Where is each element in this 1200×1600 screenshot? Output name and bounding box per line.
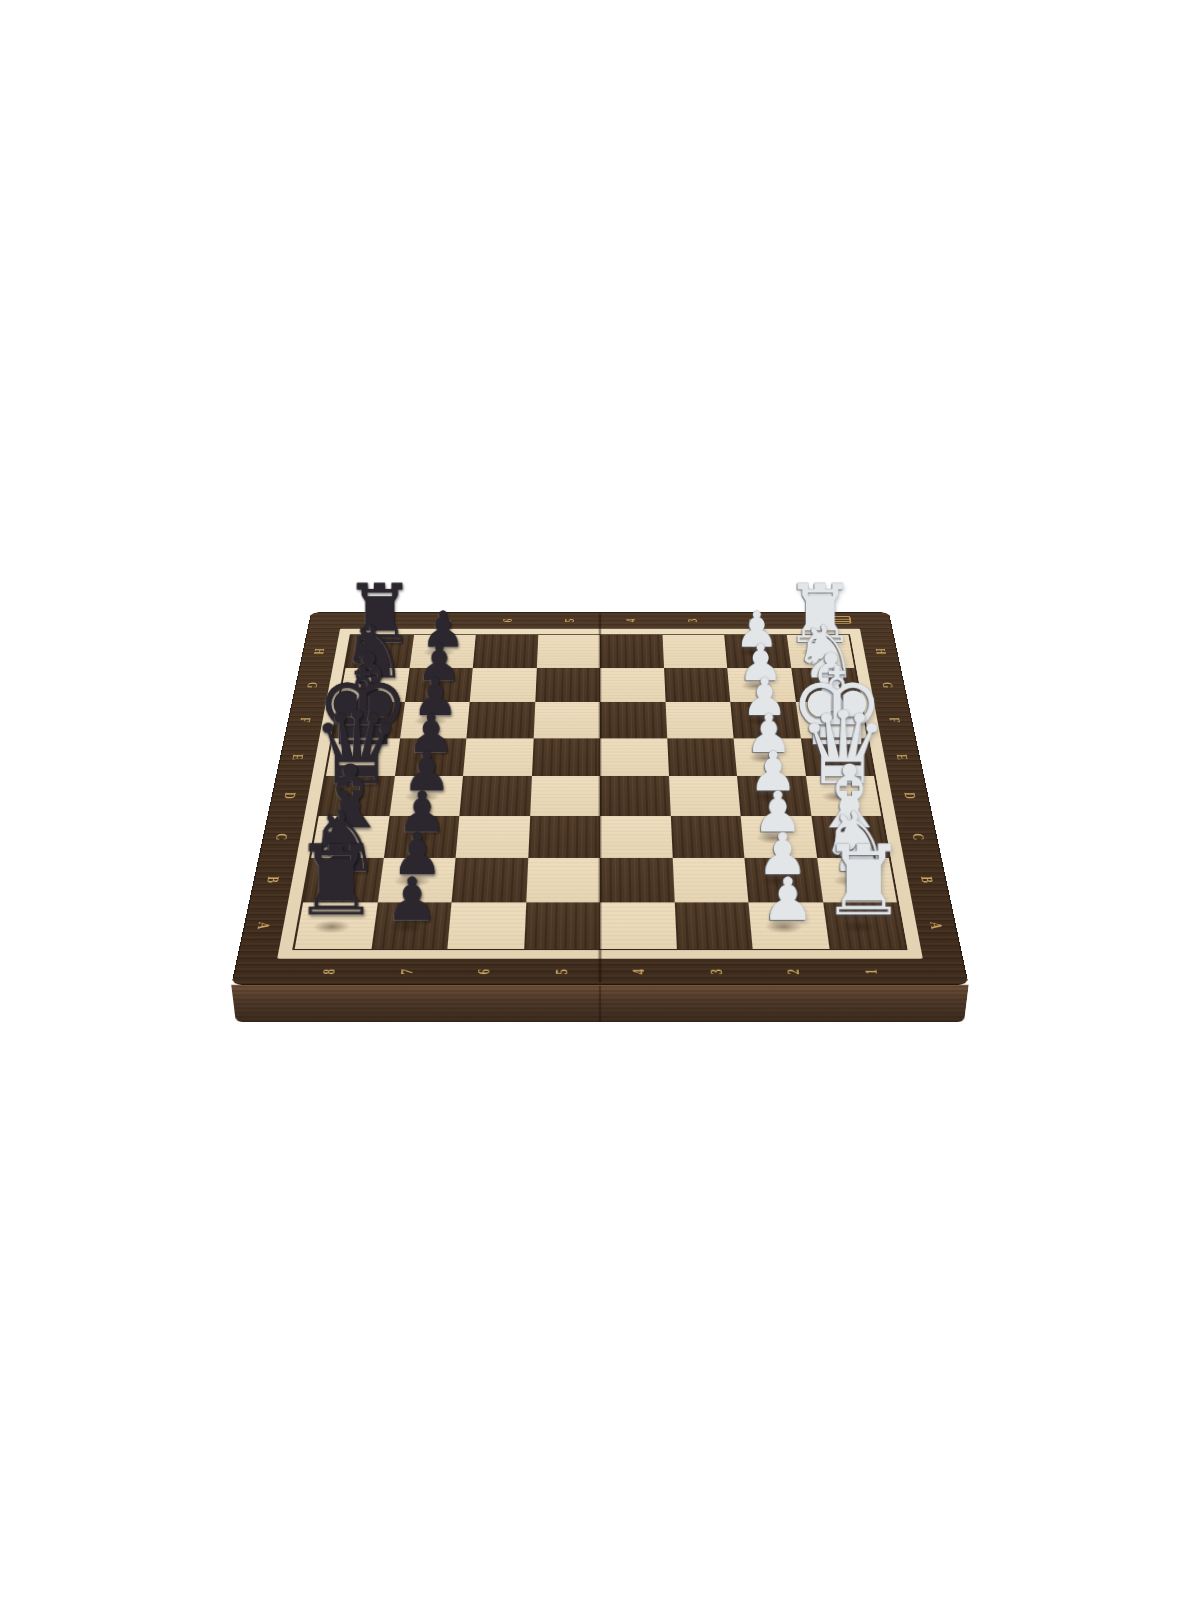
black-rook-glyph: ♜ [293,833,380,930]
label-rank-back-3: 3 [675,605,709,636]
square-f6 [466,702,534,738]
square-e3 [667,738,737,776]
square-h5 [536,635,600,668]
square-h6 [473,635,538,668]
label-rank-back-6: 6 [490,605,524,636]
square-h7 [409,635,476,668]
square-h8 [346,635,414,668]
label-rank-back-4: 4 [614,605,647,636]
square-f3 [665,702,733,738]
square-h4 [600,635,664,668]
white-pawn-glyph: ♟ [762,870,815,929]
chess-set-product-photo: HGFEDCBA HGFEDCBA 87654321 87654321 ♜♞♝♛… [0,0,1200,1600]
white-rook-glyph: ♜ [820,833,907,930]
square-e4 [600,738,669,776]
square-e6 [463,738,533,776]
label-file-left-H: H [286,643,352,660]
square-g4 [600,668,665,702]
label-rank-back-1: 1 [797,605,834,636]
square-g2 [727,668,795,702]
piece-black-rook-a8: ♜ [295,902,378,949]
piece-white-rook-a1: ♜ [823,902,906,949]
square-h1 [786,635,854,668]
square-g7 [405,668,473,702]
square-f5 [533,702,600,738]
board-scene: HGFEDCBA HGFEDCBA 87654321 87654321 ♜♞♝♛… [276,452,924,1100]
square-g5 [535,668,600,702]
square-f2 [730,702,800,738]
square-h3 [662,635,727,668]
chess-board: HGFEDCBA HGFEDCBA 87654321 87654321 ♜♞♝♛… [231,612,969,985]
square-g6 [470,668,537,702]
label-rank-back-8: 8 [366,605,403,636]
black-pawn-glyph: ♟ [385,870,438,929]
label-rank-back-2: 2 [736,605,772,636]
piece-black-pawn-a7: ♟ [371,902,452,949]
label-rank-back-7: 7 [428,605,464,636]
square-h2 [724,635,791,668]
board-front-edge [231,985,969,1022]
label-rank-back-5: 5 [553,605,586,636]
square-g3 [664,668,731,702]
label-file-right-H: H [848,643,914,660]
square-f4 [600,702,667,738]
square-e5 [532,738,601,776]
square-f7 [400,702,470,738]
piece-white-pawn-a2: ♟ [748,902,829,949]
